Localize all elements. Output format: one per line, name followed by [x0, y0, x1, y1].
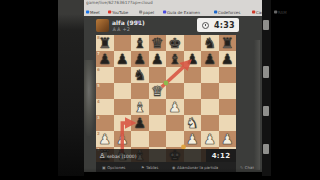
square-c8[interactable]: ♝	[131, 35, 149, 51]
bookmarks-bar: MeetYouTubepapelGuia de ExamenCodeforces…	[86, 8, 290, 16]
bookmark-item-2[interactable]: papel	[139, 10, 154, 15]
menu-item-label: Tablas	[146, 165, 158, 170]
browser-window: game/live/62763617?ap=cloud MeetYouTubep…	[84, 0, 262, 172]
white-pawn[interactable]: ♟	[114, 131, 132, 147]
material-count: +2	[123, 26, 130, 32]
square-e6[interactable]	[166, 67, 184, 83]
photo-glare-right	[254, 40, 260, 170]
captured-pawn-icons: ♙♙	[112, 26, 121, 32]
square-g2[interactable]: ♟	[201, 131, 219, 147]
screen-photo: game/live/62763617?ap=cloud MeetYouTubep…	[0, 0, 320, 180]
square-f8[interactable]	[184, 35, 202, 51]
white-knight[interactable]: ♞	[184, 115, 202, 131]
board-grid: 8♜♝♛♚♞♜7♟♟♟♟♝♟♟♟6♞5♛4♝♟3♟♞2♟♟♟♟♟1♜♞♝♚♜	[96, 35, 236, 163]
menu-item-label: Chat	[245, 165, 254, 170]
square-b7[interactable]: ♟	[114, 51, 132, 67]
black-knight[interactable]: ♞	[201, 35, 219, 51]
square-d7[interactable]: ♟	[149, 51, 167, 67]
bookmark-label: papel	[143, 10, 154, 15]
square-f2[interactable]: ♟	[184, 131, 202, 147]
chess-page: alfa (991) ⚑ ♙♙ +2 4:33 8♜♝♛♚♞♜7♟♟♟♟♝♟♟♟…	[84, 16, 262, 172]
menu-item-abandonar-la-partida[interactable]: ◉Abandonar la partida	[172, 165, 218, 170]
square-e2[interactable]	[166, 131, 184, 147]
black-rook[interactable]: ♜	[219, 35, 237, 51]
menu-item-chat[interactable]: ✎Chat	[240, 165, 254, 170]
square-h3[interactable]	[219, 115, 237, 131]
bookmark-favicon	[214, 10, 217, 13]
square-h2[interactable]: ♟	[219, 131, 237, 147]
top-player-clock: 4:33	[197, 18, 239, 32]
bottom-player-name[interactable]: sebas (1000)	[107, 153, 136, 158]
square-a4[interactable]: 4	[96, 99, 114, 115]
square-f3[interactable]: ♞	[184, 115, 202, 131]
square-a5[interactable]: 5	[96, 83, 114, 99]
black-pawn[interactable]: ♟	[131, 115, 149, 131]
top-clock-time: 4:33	[214, 21, 235, 30]
black-king[interactable]: ♚	[166, 35, 184, 51]
bookmark-favicon	[163, 10, 166, 13]
square-a3[interactable]: 3	[96, 115, 114, 131]
square-b4[interactable]	[114, 99, 132, 115]
square-h4[interactable]	[219, 99, 237, 115]
square-a7[interactable]: 7♟	[96, 51, 114, 67]
square-b8[interactable]	[114, 35, 132, 51]
menu-item-label: Opciones	[107, 165, 125, 170]
bookmark-favicon	[274, 10, 277, 13]
top-player-captured: ♙♙ +2	[112, 26, 130, 32]
bookmark-favicon	[252, 10, 255, 13]
bookmark-label: YouTube	[112, 10, 128, 15]
white-pawn[interactable]: ♟	[219, 131, 237, 147]
menu-item-tablas[interactable]: ⚑Tablas	[141, 165, 158, 170]
white-pawn[interactable]: ♟	[96, 131, 114, 147]
bookmark-item-1[interactable]: YouTube	[108, 10, 128, 15]
square-g7[interactable]: ♟	[201, 51, 219, 67]
menu-item-icon: ⚑	[141, 165, 144, 170]
square-f6[interactable]	[184, 67, 202, 83]
square-e3[interactable]	[166, 115, 184, 131]
square-a8[interactable]: 8♜	[96, 35, 114, 51]
desktop-edge-strip	[262, 0, 271, 176]
bottom-player-bar: ♙ sebas (1000) 4:12	[96, 149, 236, 162]
square-f5[interactable]	[184, 83, 202, 99]
black-pawn[interactable]: ♟	[184, 51, 202, 67]
square-f4[interactable]	[184, 99, 202, 115]
desktop-fragment	[263, 66, 269, 78]
menu-item-icon: ✎	[240, 165, 243, 170]
square-a6[interactable]: 6	[96, 67, 114, 83]
square-d2[interactable]	[149, 131, 167, 147]
square-d6[interactable]	[149, 67, 167, 83]
square-a2[interactable]: 2♟	[96, 131, 114, 147]
square-c5[interactable]	[131, 83, 149, 99]
bookmark-favicon	[139, 10, 142, 13]
square-f7[interactable]: ♟	[184, 51, 202, 67]
desktop-fragment	[263, 106, 269, 116]
square-d4[interactable]	[149, 99, 167, 115]
square-b2[interactable]: ♟	[114, 131, 132, 147]
black-bishop[interactable]: ♝	[131, 35, 149, 51]
square-h6[interactable]	[219, 67, 237, 83]
url-bar[interactable]: game/live/62763617?ap=cloud	[86, 0, 153, 5]
desktop-fragment	[263, 20, 269, 30]
square-g6[interactable]	[201, 67, 219, 83]
monitor-left-bezel	[58, 0, 84, 176]
black-knight[interactable]: ♞	[131, 67, 149, 83]
black-pawn[interactable]: ♟	[131, 51, 149, 67]
bookmark-item-3[interactable]: Guia de Examen	[163, 10, 200, 15]
square-b3[interactable]	[114, 115, 132, 131]
square-d8[interactable]: ♛	[149, 35, 167, 51]
square-c2[interactable]	[131, 131, 149, 147]
square-c6[interactable]: ♞	[131, 67, 149, 83]
square-e7[interactable]: ♝	[166, 51, 184, 67]
rank-label-4: 4	[97, 99, 100, 104]
menu-item-icon: ▣	[102, 165, 106, 170]
square-g8[interactable]: ♞	[201, 35, 219, 51]
black-pawn[interactable]: ♟	[96, 51, 114, 67]
bottom-clock-time: 4:12	[212, 152, 231, 160]
menu-item-icon: ◉	[172, 165, 175, 170]
clock-icon	[202, 22, 209, 29]
bottom-player-avatar-icon[interactable]: ♙	[99, 152, 105, 160]
square-b6[interactable]	[114, 67, 132, 83]
square-b5[interactable]	[114, 83, 132, 99]
rank-label-6: 6	[97, 67, 100, 72]
square-d5[interactable]: ♛	[149, 83, 167, 99]
black-pawn[interactable]: ♟	[114, 51, 132, 67]
photo-glare	[84, 60, 96, 136]
square-h8[interactable]: ♜	[219, 35, 237, 51]
chess-board: 8♜♝♛♚♞♜7♟♟♟♟♝♟♟♟6♞5♛4♝♟3♟♞2♟♟♟♟♟1♜♞♝♚♜	[96, 35, 236, 163]
square-h7[interactable]: ♟	[219, 51, 237, 67]
square-c4[interactable]: ♝	[131, 99, 149, 115]
bookmark-label: Meet	[90, 10, 100, 15]
top-player-flag-icon: ⚑	[136, 19, 141, 26]
menu-item-label: Abandonar la partida	[177, 165, 218, 170]
square-g5[interactable]	[201, 83, 219, 99]
bookmark-label: RAM	[278, 10, 287, 15]
square-c7[interactable]: ♟	[131, 51, 149, 67]
bookmark-item-4[interactable]: Codeforces	[214, 10, 240, 15]
white-pawn[interactable]: ♟	[201, 131, 219, 147]
white-bishop[interactable]: ♝	[131, 99, 149, 115]
rank-label-3: 3	[97, 115, 100, 120]
black-pawn[interactable]: ♟	[149, 51, 167, 67]
rank-label-5: 5	[97, 83, 100, 88]
square-e5[interactable]	[166, 83, 184, 99]
square-d3[interactable]	[149, 115, 167, 131]
square-h5[interactable]	[219, 83, 237, 99]
bottom-player-clock: 4:12	[206, 149, 236, 162]
white-pawn[interactable]: ♟	[166, 99, 184, 115]
game-actions-menu: ▣Opciones⚑Tablas◉Abandonar la partida✎Ch…	[96, 162, 236, 172]
bookmark-label: Guia de Examen	[167, 10, 200, 15]
top-player-avatar[interactable]	[96, 19, 109, 32]
black-queen[interactable]: ♛	[149, 35, 167, 51]
bookmark-favicon	[86, 10, 89, 13]
browser-chrome: game/live/62763617?ap=cloud MeetYouTubep…	[84, 0, 262, 16]
black-pawn[interactable]: ♟	[219, 51, 237, 67]
black-pawn[interactable]: ♟	[201, 51, 219, 67]
menu-item-opciones[interactable]: ▣Opciones	[102, 165, 125, 170]
square-e8[interactable]: ♚	[166, 35, 184, 51]
white-queen[interactable]: ♛	[149, 83, 167, 99]
square-c3[interactable]: ♟	[131, 115, 149, 131]
bookmark-item-6[interactable]: RAM	[274, 10, 287, 15]
white-pawn[interactable]: ♟	[184, 131, 202, 147]
bookmark-item-0[interactable]: Meet	[86, 10, 100, 15]
square-g4[interactable]	[201, 99, 219, 115]
square-g3[interactable]	[201, 115, 219, 131]
black-bishop[interactable]: ♝	[166, 51, 184, 67]
square-e4[interactable]: ♟	[166, 99, 184, 115]
black-rook[interactable]: ♜	[96, 35, 114, 51]
desktop-fragment	[263, 144, 269, 154]
bookmark-label: Codeforces	[218, 10, 240, 15]
